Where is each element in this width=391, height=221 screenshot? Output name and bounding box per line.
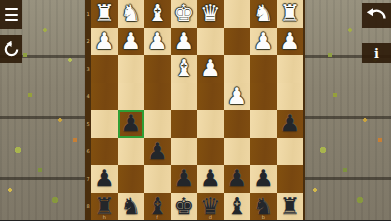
square-a6[interactable] (277, 138, 304, 166)
black-pawn: ♟ (253, 167, 274, 190)
black-pawn: ♟ (120, 112, 141, 135)
black-rook: ♜ (279, 195, 300, 218)
square-d8[interactable]: ♛ (197, 193, 224, 221)
square-d7[interactable]: ♟ (197, 165, 224, 193)
square-g7[interactable] (118, 165, 145, 193)
rotate-icon (3, 41, 20, 58)
square-f3[interactable] (144, 55, 171, 83)
black-pawn: ♟ (226, 167, 247, 190)
white-pawn: ♟ (120, 30, 141, 53)
info-button[interactable]: i (362, 43, 391, 63)
square-b2[interactable]: ♟ (250, 28, 277, 56)
white-knight: ♞ (253, 2, 274, 25)
square-d1[interactable]: ♛ (197, 0, 224, 28)
square-d5[interactable] (197, 110, 224, 138)
square-g8[interactable]: ♞ (118, 193, 145, 221)
square-f8[interactable]: ♝ (144, 193, 171, 221)
square-f5[interactable] (144, 110, 171, 138)
square-a4[interactable] (277, 83, 304, 111)
hamburger-icon (5, 7, 18, 23)
square-h7[interactable]: ♟ (91, 165, 118, 193)
square-d3[interactable]: ♟ (197, 55, 224, 83)
square-b7[interactable]: ♟ (250, 165, 277, 193)
square-b4[interactable] (250, 83, 277, 111)
square-c6[interactable] (224, 138, 251, 166)
undo-move-button[interactable] (362, 3, 391, 28)
black-pawn: ♟ (147, 140, 168, 163)
square-e1[interactable]: ♚ (171, 0, 198, 28)
white-rook: ♜ (279, 2, 300, 25)
square-b8[interactable]: ♞ (250, 193, 277, 221)
square-g6[interactable] (118, 138, 145, 166)
white-pawn: ♟ (253, 30, 274, 53)
undo-arrow-icon (366, 7, 388, 25)
square-f7[interactable] (144, 165, 171, 193)
square-c1[interactable] (224, 0, 251, 28)
white-rook: ♜ (94, 2, 115, 25)
white-pawn: ♟ (226, 85, 247, 108)
square-h3[interactable] (91, 55, 118, 83)
chess-board: 12345678 ♜♞♝♚♛♞♜♟♟♟♟♟♟♝♟♟♟♟♟♟♟♟♟♟♜♞♝♚♛♝♞… (85, 0, 305, 220)
black-queen: ♛ (200, 195, 221, 218)
black-knight: ♞ (253, 195, 274, 218)
white-knight: ♞ (120, 2, 141, 25)
square-a5[interactable]: ♟ (277, 110, 304, 138)
square-h6[interactable] (91, 138, 118, 166)
white-bishop: ♝ (173, 57, 194, 80)
square-g2[interactable]: ♟ (118, 28, 145, 56)
black-pawn: ♟ (279, 112, 300, 135)
board-frame-edge (303, 0, 305, 220)
square-g3[interactable] (118, 55, 145, 83)
square-a1[interactable]: ♜ (277, 0, 304, 28)
info-icon: i (374, 47, 379, 60)
background-wood-left (0, 0, 85, 220)
square-c3[interactable] (224, 55, 251, 83)
square-d2[interactable] (197, 28, 224, 56)
square-e3[interactable]: ♝ (171, 55, 198, 83)
square-b3[interactable] (250, 55, 277, 83)
square-h8[interactable]: ♜ (91, 193, 118, 221)
square-g1[interactable]: ♞ (118, 0, 145, 28)
square-e2[interactable]: ♟ (171, 28, 198, 56)
flip-board-button[interactable] (0, 35, 22, 63)
square-e4[interactable] (171, 83, 198, 111)
black-pawn: ♟ (94, 167, 115, 190)
square-e8[interactable]: ♚ (171, 193, 198, 221)
square-h1[interactable]: ♜ (91, 0, 118, 28)
white-pawn: ♟ (173, 30, 194, 53)
white-pawn: ♟ (94, 30, 115, 53)
square-e7[interactable]: ♟ (171, 165, 198, 193)
square-f4[interactable] (144, 83, 171, 111)
square-f2[interactable]: ♟ (144, 28, 171, 56)
square-a8[interactable]: ♜ (277, 193, 304, 221)
square-c8[interactable]: ♝ (224, 193, 251, 221)
square-f1[interactable]: ♝ (144, 0, 171, 28)
black-pawn: ♟ (173, 167, 194, 190)
white-king: ♚ (173, 2, 194, 25)
square-c4[interactable]: ♟ (224, 83, 251, 111)
white-pawn: ♟ (200, 57, 221, 80)
square-e5[interactable] (171, 110, 198, 138)
menu-button[interactable] (0, 0, 22, 29)
white-pawn: ♟ (279, 30, 300, 53)
square-c7[interactable]: ♟ (224, 165, 251, 193)
square-g4[interactable] (118, 83, 145, 111)
square-a7[interactable] (277, 165, 304, 193)
chess-app-screen: 12345678 ♜♞♝♚♛♞♜♟♟♟♟♟♟♝♟♟♟♟♟♟♟♟♟♟♜♞♝♚♛♝♞… (0, 0, 391, 220)
background-wood-right (305, 0, 391, 220)
square-d6[interactable] (197, 138, 224, 166)
black-pawn: ♟ (200, 167, 221, 190)
black-king: ♚ (173, 195, 194, 218)
square-b6[interactable] (250, 138, 277, 166)
white-queen: ♛ (200, 2, 221, 25)
square-h4[interactable] (91, 83, 118, 111)
square-h2[interactable]: ♟ (91, 28, 118, 56)
black-knight: ♞ (120, 195, 141, 218)
white-pawn: ♟ (147, 30, 168, 53)
black-bishop: ♝ (226, 195, 247, 218)
square-d4[interactable] (197, 83, 224, 111)
square-b1[interactable]: ♞ (250, 0, 277, 28)
square-c2[interactable] (224, 28, 251, 56)
square-f6[interactable]: ♟ (144, 138, 171, 166)
board-squares-grid: ♜♞♝♚♛♞♜♟♟♟♟♟♟♝♟♟♟♟♟♟♟♟♟♟♜♞♝♚♛♝♞♜ (91, 0, 303, 220)
white-bishop: ♝ (147, 2, 168, 25)
black-rook: ♜ (94, 195, 115, 218)
square-g5[interactable]: ♟ (118, 110, 145, 138)
square-b5[interactable] (250, 110, 277, 138)
square-a3[interactable] (277, 55, 304, 83)
square-e6[interactable] (171, 138, 198, 166)
square-h5[interactable] (91, 110, 118, 138)
square-c5[interactable] (224, 110, 251, 138)
square-a2[interactable]: ♟ (277, 28, 304, 56)
black-bishop: ♝ (147, 195, 168, 218)
